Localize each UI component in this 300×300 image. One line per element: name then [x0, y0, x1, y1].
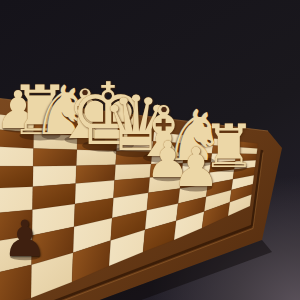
dark-pawn-foreground-glyph: ♟: [3, 214, 48, 264]
chess-set-photo: ♟♜♞♝♚♛♝♞♜♟♟♟: [0, 0, 300, 300]
white-pawn-front-2-glyph: ♟: [172, 141, 220, 195]
white-pawn-front-2: ♟: [172, 141, 220, 195]
square-a5: [0, 166, 33, 188]
square-b5: [33, 166, 77, 187]
dark-pawn-foreground: ♟: [3, 214, 48, 264]
